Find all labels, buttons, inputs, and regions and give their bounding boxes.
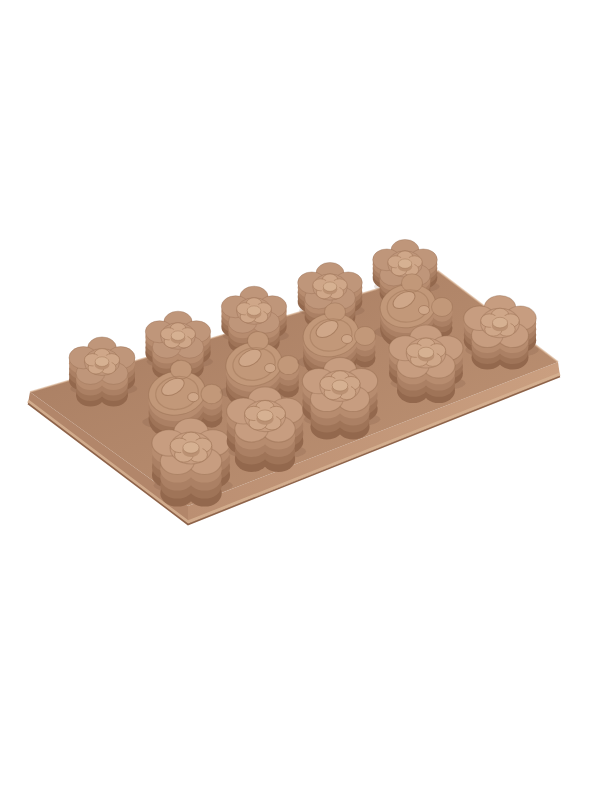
cavity-flower-front-12	[389, 325, 465, 403]
cavity-flower-front-10	[227, 387, 306, 472]
cavity-flower-front-11	[302, 357, 380, 439]
product-photo	[0, 0, 600, 800]
cavity-flower-front-9	[152, 418, 233, 506]
cavity-flower-back-0	[69, 337, 137, 407]
cavity-flower-front-13	[464, 295, 539, 369]
chocolate-mold	[0, 0, 600, 800]
